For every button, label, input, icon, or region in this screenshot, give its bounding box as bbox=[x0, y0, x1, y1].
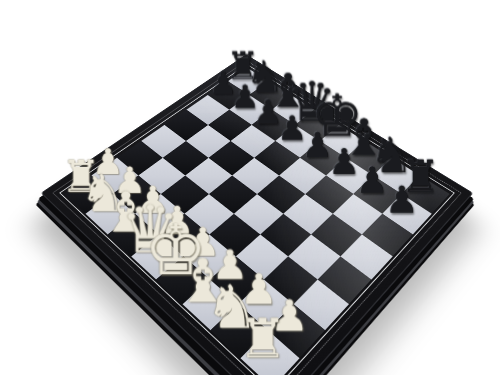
black-pawn[interactable]: ♟ bbox=[385, 182, 418, 219]
chess-grid: ♜♞♝♛♚♝♞♜♟♟♟♟♟♟♟♟♟♟♟♟♟♟♟♟♜♞♝♛♚♝♞♜ bbox=[64, 68, 449, 375]
chess-board: ♜♞♝♛♚♝♞♜♟♟♟♟♟♟♟♟♟♟♟♟♟♟♟♟♜♞♝♛♚♝♞♜ bbox=[41, 54, 474, 375]
chess-set-photo: ♜♞♝♛♚♝♞♜♟♟♟♟♟♟♟♟♟♟♟♟♟♟♟♟♜♞♝♛♚♝♞♜ bbox=[0, 0, 500, 375]
white-rook[interactable]: ♜ bbox=[238, 311, 287, 366]
square-g5[interactable] bbox=[311, 214, 362, 257]
black-pawn[interactable]: ♟ bbox=[356, 163, 389, 199]
